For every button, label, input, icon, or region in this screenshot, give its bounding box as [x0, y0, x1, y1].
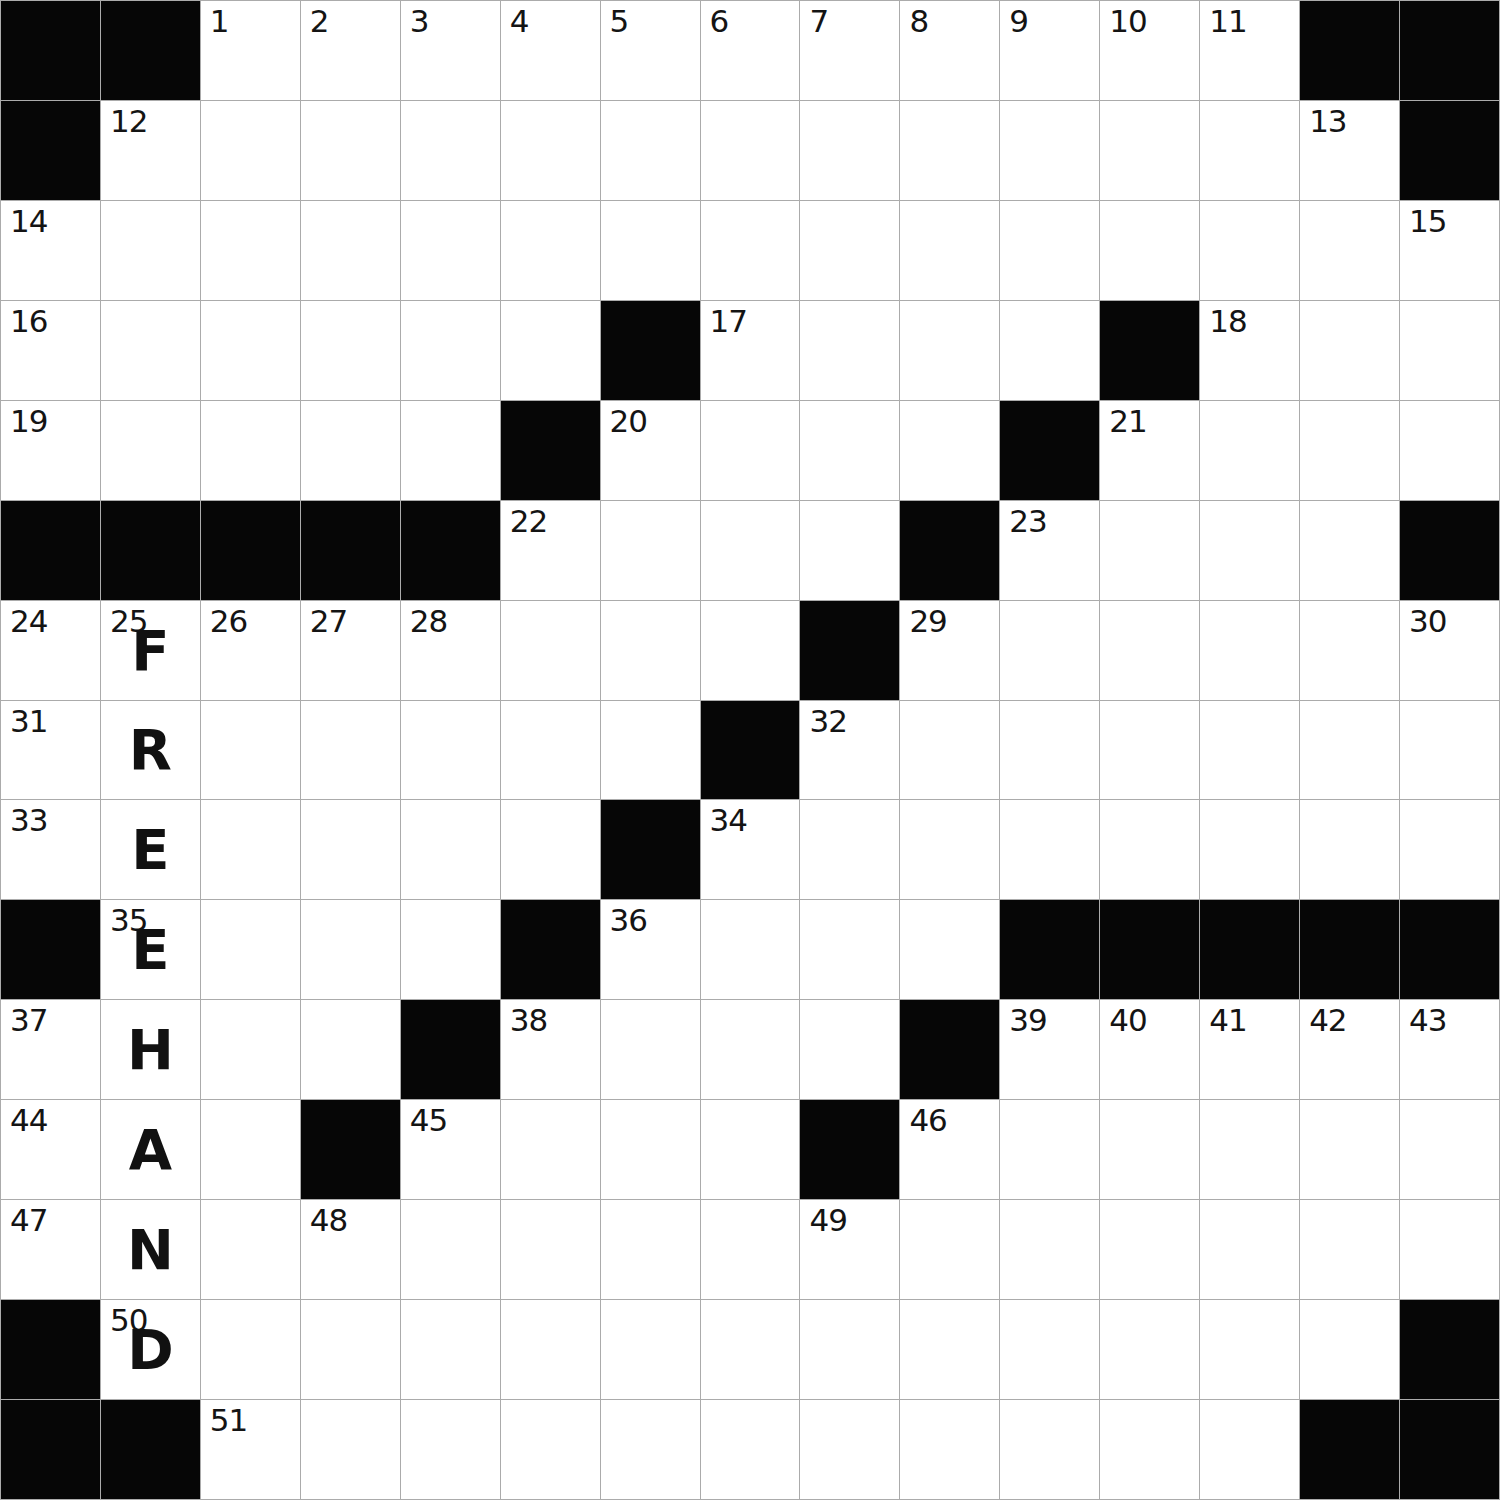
white-cell[interactable] [601, 201, 700, 300]
clue-number: 46 [909, 1103, 946, 1137]
white-cell[interactable] [401, 201, 500, 300]
white-cell[interactable] [401, 1200, 500, 1299]
white-cell[interactable] [1200, 501, 1299, 600]
white-cell[interactable]: 42 [1300, 1000, 1399, 1099]
clue-number: 29 [909, 604, 946, 638]
black-cell [1, 1400, 100, 1499]
black-cell [1400, 101, 1499, 200]
black-cell [800, 601, 899, 700]
white-cell[interactable] [1100, 701, 1199, 800]
white-cell[interactable] [501, 201, 600, 300]
white-cell[interactable]: 4 [501, 1, 600, 100]
white-cell[interactable] [701, 501, 800, 600]
cell-letter: R [101, 701, 200, 800]
white-cell[interactable] [1100, 1200, 1199, 1299]
black-cell [1300, 1400, 1399, 1499]
clue-number: 41 [1209, 1003, 1246, 1037]
white-cell[interactable] [601, 1100, 700, 1199]
white-cell[interactable]: 7 [800, 1, 899, 100]
white-cell[interactable] [401, 401, 500, 500]
white-cell[interactable] [601, 1200, 700, 1299]
black-cell [101, 1, 200, 100]
clue-number: 10 [1109, 4, 1146, 38]
clue-number: 4 [510, 4, 529, 38]
white-cell[interactable] [1200, 1400, 1299, 1499]
clue-number: 18 [1209, 304, 1246, 338]
clue-number: 42 [1309, 1003, 1346, 1037]
black-cell [1000, 401, 1099, 500]
black-cell [1200, 900, 1299, 999]
cell-letter: N [101, 1200, 200, 1299]
white-cell[interactable] [1400, 1200, 1499, 1299]
white-cell[interactable] [601, 701, 700, 800]
clue-number: 21 [1109, 404, 1146, 438]
white-cell[interactable]: 26 [201, 601, 300, 700]
white-cell[interactable] [900, 800, 999, 899]
white-cell[interactable] [900, 101, 999, 200]
white-cell[interactable] [1100, 800, 1199, 899]
white-cell[interactable] [201, 800, 300, 899]
white-cell[interactable] [1200, 800, 1299, 899]
white-cell[interactable] [1100, 1100, 1199, 1199]
white-cell[interactable] [1200, 1100, 1299, 1199]
white-cell[interactable]: 36 [601, 900, 700, 999]
cell-letter: H [101, 1000, 200, 1099]
white-cell[interactable] [701, 101, 800, 200]
white-cell[interactable]: 6 [701, 1, 800, 100]
white-cell[interactable] [1000, 301, 1099, 400]
white-cell[interactable]: R [101, 701, 200, 800]
white-cell[interactable] [601, 101, 700, 200]
clue-number: 13 [1309, 104, 1346, 138]
white-cell[interactable]: 45 [401, 1100, 500, 1199]
white-cell[interactable]: 27 [301, 601, 400, 700]
white-cell[interactable]: 38 [501, 1000, 600, 1099]
white-cell[interactable]: 15 [1400, 201, 1499, 300]
white-cell[interactable] [601, 501, 700, 600]
white-cell[interactable] [201, 1300, 300, 1399]
white-cell[interactable]: 51 [201, 1400, 300, 1499]
white-cell[interactable] [900, 301, 999, 400]
white-cell[interactable] [101, 201, 200, 300]
white-cell[interactable]: 25F [101, 601, 200, 700]
white-cell[interactable]: E [101, 800, 200, 899]
white-cell[interactable]: 11 [1200, 1, 1299, 100]
white-cell[interactable] [1000, 701, 1099, 800]
clue-number: 27 [310, 604, 347, 638]
white-cell[interactable] [701, 1100, 800, 1199]
white-cell[interactable] [401, 101, 500, 200]
white-cell[interactable] [401, 1400, 500, 1499]
white-cell[interactable]: 9 [1000, 1, 1099, 100]
white-cell[interactable]: 1 [201, 1, 300, 100]
clue-number: 33 [10, 803, 47, 837]
black-cell [1400, 1400, 1499, 1499]
white-cell[interactable] [1300, 800, 1399, 899]
clue-number: 37 [10, 1003, 47, 1037]
white-cell[interactable] [301, 101, 400, 200]
white-cell[interactable] [301, 401, 400, 500]
black-cell [601, 800, 700, 899]
white-cell[interactable] [701, 1000, 800, 1099]
white-cell[interactable]: 13 [1300, 101, 1399, 200]
clue-number: 6 [710, 4, 729, 38]
clue-number: 8 [909, 4, 928, 38]
black-cell [1100, 301, 1199, 400]
white-cell[interactable]: 14 [1, 201, 100, 300]
white-cell[interactable] [701, 201, 800, 300]
white-cell[interactable]: 12 [101, 101, 200, 200]
white-cell[interactable]: 49 [800, 1200, 899, 1299]
clue-number: 3 [410, 4, 429, 38]
black-cell [800, 1100, 899, 1199]
white-cell[interactable] [701, 900, 800, 999]
white-cell[interactable] [501, 701, 600, 800]
white-cell[interactable] [301, 201, 400, 300]
clue-number: 5 [610, 4, 629, 38]
white-cell[interactable]: 46 [900, 1100, 999, 1199]
white-cell[interactable] [800, 1000, 899, 1099]
white-cell[interactable] [1000, 201, 1099, 300]
white-cell[interactable] [101, 401, 200, 500]
white-cell[interactable]: 17 [701, 301, 800, 400]
white-cell[interactable] [401, 900, 500, 999]
clue-number: 23 [1009, 504, 1046, 538]
white-cell[interactable] [501, 1200, 600, 1299]
white-cell[interactable] [1300, 701, 1399, 800]
white-cell[interactable] [1300, 501, 1399, 600]
white-cell[interactable]: 16 [1, 301, 100, 400]
clue-number: 16 [10, 304, 47, 338]
white-cell[interactable] [701, 1300, 800, 1399]
white-cell[interactable] [601, 1000, 700, 1099]
white-cell[interactable]: 29 [900, 601, 999, 700]
clue-number: 15 [1409, 204, 1446, 238]
cell-letter: D [101, 1300, 200, 1399]
white-cell[interactable] [1300, 1300, 1399, 1399]
white-cell[interactable] [900, 701, 999, 800]
white-cell[interactable] [900, 1400, 999, 1499]
white-cell[interactable] [301, 900, 400, 999]
crossword-grid: 1234567891011121314151617181920212223242… [0, 0, 1500, 1500]
white-cell[interactable] [401, 301, 500, 400]
white-cell[interactable] [401, 1300, 500, 1399]
white-cell[interactable]: H [101, 1000, 200, 1099]
black-cell [1, 1, 100, 100]
clue-number: 51 [210, 1403, 247, 1437]
white-cell[interactable] [1200, 401, 1299, 500]
white-cell[interactable]: 33 [1, 800, 100, 899]
white-cell[interactable] [1100, 1300, 1199, 1399]
white-cell[interactable] [501, 101, 600, 200]
clue-number: 31 [10, 704, 47, 738]
black-cell [301, 1100, 400, 1199]
black-cell [1400, 900, 1499, 999]
clue-number: 9 [1009, 4, 1028, 38]
white-cell[interactable]: 20 [601, 401, 700, 500]
white-cell[interactable]: 50D [101, 1300, 200, 1399]
black-cell [601, 301, 700, 400]
black-cell [900, 1000, 999, 1099]
white-cell[interactable] [501, 1400, 600, 1499]
white-cell[interactable] [1300, 1200, 1399, 1299]
black-cell [900, 501, 999, 600]
white-cell[interactable] [301, 1300, 400, 1399]
black-cell [501, 401, 600, 500]
white-cell[interactable]: N [101, 1200, 200, 1299]
white-cell[interactable] [800, 900, 899, 999]
white-cell[interactable] [201, 201, 300, 300]
clue-number: 28 [410, 604, 447, 638]
white-cell[interactable] [900, 1300, 999, 1399]
white-cell[interactable]: 28 [401, 601, 500, 700]
black-cell [1, 101, 100, 200]
black-cell [1400, 1300, 1499, 1399]
black-cell [101, 501, 200, 600]
clue-number: 24 [10, 604, 47, 638]
white-cell[interactable] [501, 800, 600, 899]
black-cell [1, 501, 100, 600]
white-cell[interactable] [201, 900, 300, 999]
white-cell[interactable] [701, 1200, 800, 1299]
white-cell[interactable] [900, 401, 999, 500]
white-cell[interactable] [501, 1100, 600, 1199]
clue-number: 11 [1209, 4, 1246, 38]
cell-letter: A [101, 1100, 200, 1199]
white-cell[interactable] [301, 301, 400, 400]
white-cell[interactable]: 31 [1, 701, 100, 800]
black-cell [701, 701, 800, 800]
white-cell[interactable]: 10 [1100, 1, 1199, 100]
white-cell[interactable]: 19 [1, 401, 100, 500]
white-cell[interactable] [1300, 301, 1399, 400]
white-cell[interactable] [101, 301, 200, 400]
white-cell[interactable] [1000, 800, 1099, 899]
white-cell[interactable]: 37 [1, 1000, 100, 1099]
clue-number: 34 [710, 803, 747, 837]
white-cell[interactable]: 35E [101, 900, 200, 999]
white-cell[interactable]: 48 [301, 1200, 400, 1299]
white-cell[interactable] [800, 201, 899, 300]
black-cell [1, 1300, 100, 1399]
black-cell [1, 900, 100, 999]
black-cell [1000, 900, 1099, 999]
white-cell[interactable] [800, 1400, 899, 1499]
white-cell[interactable] [1000, 1100, 1099, 1199]
white-cell[interactable] [1000, 1400, 1099, 1499]
clue-number: 20 [610, 404, 647, 438]
white-cell[interactable] [900, 900, 999, 999]
white-cell[interactable] [800, 501, 899, 600]
white-cell[interactable]: 43 [1400, 1000, 1499, 1099]
white-cell[interactable] [201, 701, 300, 800]
white-cell[interactable]: A [101, 1100, 200, 1199]
clue-number: 44 [10, 1103, 47, 1137]
white-cell[interactable] [1400, 301, 1499, 400]
white-cell[interactable] [1400, 401, 1499, 500]
white-cell[interactable] [701, 601, 800, 700]
white-cell[interactable] [501, 601, 600, 700]
black-cell [1400, 501, 1499, 600]
clue-number: 36 [610, 903, 647, 937]
white-cell[interactable]: 34 [701, 800, 800, 899]
white-cell[interactable]: 32 [800, 701, 899, 800]
white-cell[interactable]: 5 [601, 1, 700, 100]
white-cell[interactable] [201, 301, 300, 400]
clue-number: 49 [809, 1203, 846, 1237]
white-cell[interactable] [1100, 101, 1199, 200]
white-cell[interactable] [201, 101, 300, 200]
white-cell[interactable] [1300, 601, 1399, 700]
white-cell[interactable] [501, 301, 600, 400]
white-cell[interactable] [1000, 1300, 1099, 1399]
white-cell[interactable] [701, 1400, 800, 1499]
clue-number: 38 [510, 1003, 547, 1037]
black-cell [1100, 900, 1199, 999]
clue-number: 47 [10, 1203, 47, 1237]
white-cell[interactable] [1200, 201, 1299, 300]
clue-number: 22 [510, 504, 547, 538]
black-cell [401, 1000, 500, 1099]
clue-number: 30 [1409, 604, 1446, 638]
clue-number: 14 [10, 204, 47, 238]
white-cell[interactable] [201, 1100, 300, 1199]
white-cell[interactable] [800, 301, 899, 400]
black-cell [301, 501, 400, 600]
black-cell [401, 501, 500, 600]
white-cell[interactable]: 40 [1100, 1000, 1199, 1099]
clue-number: 32 [809, 704, 846, 738]
black-cell [501, 900, 600, 999]
black-cell [1400, 1, 1499, 100]
white-cell[interactable] [601, 1300, 700, 1399]
clue-number: 43 [1409, 1003, 1446, 1037]
white-cell[interactable] [1100, 601, 1199, 700]
white-cell[interactable]: 2 [301, 1, 400, 100]
white-cell[interactable]: 18 [1200, 301, 1299, 400]
white-cell[interactable] [1200, 701, 1299, 800]
white-cell[interactable] [1300, 1100, 1399, 1199]
white-cell[interactable]: 39 [1000, 1000, 1099, 1099]
white-cell[interactable] [1000, 601, 1099, 700]
black-cell [1300, 900, 1399, 999]
black-cell [1300, 1, 1399, 100]
black-cell [101, 1400, 200, 1499]
clue-number: 48 [310, 1203, 347, 1237]
clue-number: 19 [10, 404, 47, 438]
white-cell[interactable] [1200, 101, 1299, 200]
white-cell[interactable] [501, 1300, 600, 1399]
white-cell[interactable] [1000, 101, 1099, 200]
white-cell[interactable] [900, 201, 999, 300]
white-cell[interactable]: 8 [900, 1, 999, 100]
clue-number: 12 [110, 104, 147, 138]
clue-number: 40 [1109, 1003, 1146, 1037]
white-cell[interactable]: 22 [501, 501, 600, 600]
white-cell[interactable] [1200, 1300, 1299, 1399]
white-cell[interactable]: 44 [1, 1100, 100, 1199]
white-cell[interactable]: 21 [1100, 401, 1199, 500]
cell-letter: E [101, 900, 200, 999]
clue-number: 39 [1009, 1003, 1046, 1037]
white-cell[interactable] [1400, 1100, 1499, 1199]
white-cell[interactable] [900, 1200, 999, 1299]
white-cell[interactable] [601, 601, 700, 700]
white-cell[interactable] [301, 800, 400, 899]
white-cell[interactable] [201, 1000, 300, 1099]
white-cell[interactable] [301, 1000, 400, 1099]
white-cell[interactable] [1100, 501, 1199, 600]
clue-number: 26 [210, 604, 247, 638]
cell-letter: F [101, 601, 200, 700]
clue-number: 17 [710, 304, 747, 338]
white-cell[interactable] [800, 101, 899, 200]
white-cell[interactable] [701, 401, 800, 500]
white-cell[interactable] [601, 1400, 700, 1499]
white-cell[interactable]: 23 [1000, 501, 1099, 600]
white-cell[interactable] [201, 401, 300, 500]
white-cell[interactable] [201, 1200, 300, 1299]
white-cell[interactable] [1100, 201, 1199, 300]
white-cell[interactable]: 30 [1400, 601, 1499, 700]
white-cell[interactable] [401, 800, 500, 899]
clue-number: 7 [809, 4, 828, 38]
white-cell[interactable] [301, 701, 400, 800]
white-cell[interactable] [1200, 1200, 1299, 1299]
white-cell[interactable] [1100, 1400, 1199, 1499]
clue-number: 2 [310, 4, 329, 38]
white-cell[interactable] [800, 401, 899, 500]
white-cell[interactable] [1000, 1200, 1099, 1299]
clue-number: 1 [210, 4, 229, 38]
white-cell[interactable] [1400, 800, 1499, 899]
clue-number: 45 [410, 1103, 447, 1137]
cell-letter: E [101, 800, 200, 899]
white-cell[interactable] [1200, 601, 1299, 700]
white-cell[interactable]: 24 [1, 601, 100, 700]
white-cell[interactable] [1400, 701, 1499, 800]
black-cell [201, 501, 300, 600]
white-cell[interactable] [1300, 401, 1399, 500]
white-cell[interactable]: 41 [1200, 1000, 1299, 1099]
white-cell[interactable] [401, 701, 500, 800]
white-cell[interactable] [800, 1300, 899, 1399]
white-cell[interactable] [800, 800, 899, 899]
white-cell[interactable]: 3 [401, 1, 500, 100]
white-cell[interactable] [1300, 201, 1399, 300]
white-cell[interactable]: 47 [1, 1200, 100, 1299]
white-cell[interactable] [301, 1400, 400, 1499]
